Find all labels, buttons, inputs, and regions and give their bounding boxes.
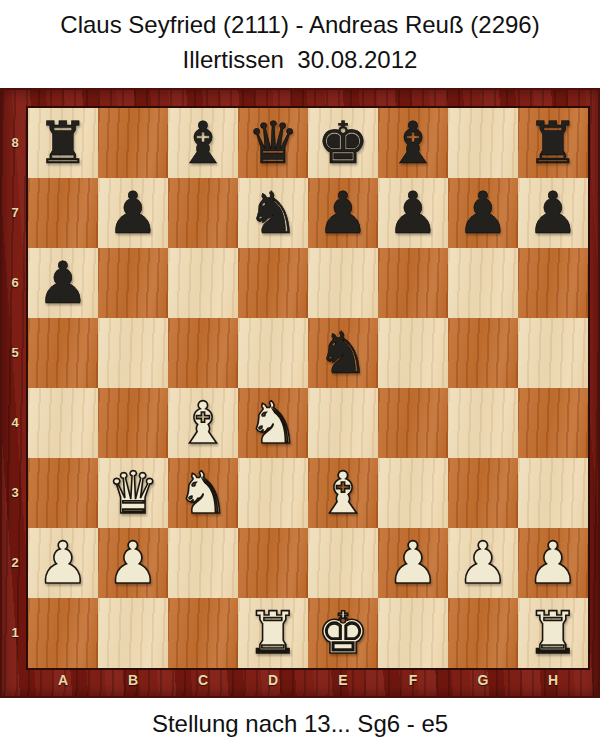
file-label-h: H <box>518 668 588 694</box>
rank-label-1: 1 <box>2 598 28 668</box>
square-a6: ♟ <box>28 248 98 318</box>
square-c5 <box>168 318 238 388</box>
file-label-a: A <box>28 668 98 694</box>
square-c3: ♞ <box>168 458 238 528</box>
piece-white-pawn: ♟ <box>37 528 89 598</box>
rank-label-5: 5 <box>2 318 28 388</box>
square-a2: ♟ <box>28 528 98 598</box>
square-d7: ♞ <box>238 178 308 248</box>
square-h4 <box>518 388 588 458</box>
square-h6 <box>518 248 588 318</box>
piece-black-pawn: ♟ <box>107 178 159 248</box>
piece-white-rook: ♜ <box>527 598 579 668</box>
rank-label-8: 8 <box>2 108 28 178</box>
square-e5: ♞ <box>308 318 378 388</box>
position-caption: Stellung nach 13... Sg6 - e5 <box>0 708 600 740</box>
piece-white-rook: ♜ <box>247 598 299 668</box>
piece-black-king: ♚ <box>317 108 369 178</box>
square-f3 <box>378 458 448 528</box>
square-a1 <box>28 598 98 668</box>
square-f4 <box>378 388 448 458</box>
chess-board: ♜♝♛♚♝♜♟♞♟♟♟♟♟♞♝♞♛♞♝♟♟♟♟♟♜♚♜ <box>28 108 588 668</box>
file-labels: ABCDEFGH <box>28 668 588 694</box>
rank-label-3: 3 <box>2 458 28 528</box>
square-e1: ♚ <box>308 598 378 668</box>
piece-black-queen: ♛ <box>247 108 299 178</box>
square-a4 <box>28 388 98 458</box>
rank-label-2: 2 <box>2 528 28 598</box>
square-d1: ♜ <box>238 598 308 668</box>
rank-label-4: 4 <box>2 388 28 458</box>
square-b4 <box>98 388 168 458</box>
square-e6 <box>308 248 378 318</box>
square-a3 <box>28 458 98 528</box>
square-d3 <box>238 458 308 528</box>
square-c8: ♝ <box>168 108 238 178</box>
square-g1 <box>448 598 518 668</box>
header: Claus Seyfried (2111) - Andreas Reuß (22… <box>0 0 600 88</box>
square-b3: ♛ <box>98 458 168 528</box>
square-g5 <box>448 318 518 388</box>
square-c7 <box>168 178 238 248</box>
square-f8: ♝ <box>378 108 448 178</box>
square-h1: ♜ <box>518 598 588 668</box>
rank-label-7: 7 <box>2 178 28 248</box>
file-label-b: B <box>98 668 168 694</box>
square-h7: ♟ <box>518 178 588 248</box>
square-c6 <box>168 248 238 318</box>
square-f7: ♟ <box>378 178 448 248</box>
piece-white-queen: ♛ <box>107 458 159 528</box>
file-label-g: G <box>448 668 518 694</box>
chess-diagram-page: Claus Seyfried (2111) - Andreas Reuß (22… <box>0 0 600 750</box>
board-frame: 87654321 ♜♝♛♚♝♜♟♞♟♟♟♟♟♞♝♞♛♞♝♟♟♟♟♟♜♚♜ ABC… <box>0 88 600 698</box>
square-e3: ♝ <box>308 458 378 528</box>
square-d6 <box>238 248 308 318</box>
square-a5 <box>28 318 98 388</box>
square-b7: ♟ <box>98 178 168 248</box>
piece-black-pawn: ♟ <box>37 248 89 318</box>
square-f6 <box>378 248 448 318</box>
piece-black-pawn: ♟ <box>387 178 439 248</box>
square-h5 <box>518 318 588 388</box>
square-b5 <box>98 318 168 388</box>
piece-white-knight: ♞ <box>247 388 299 458</box>
square-a7 <box>28 178 98 248</box>
square-c4: ♝ <box>168 388 238 458</box>
square-g3 <box>448 458 518 528</box>
piece-black-rook: ♜ <box>527 108 579 178</box>
piece-black-pawn: ♟ <box>317 178 369 248</box>
square-g4 <box>448 388 518 458</box>
square-e8: ♚ <box>308 108 378 178</box>
piece-black-pawn: ♟ <box>527 178 579 248</box>
piece-black-rook: ♜ <box>37 108 89 178</box>
piece-white-king: ♚ <box>317 598 369 668</box>
piece-black-bishop: ♝ <box>177 108 229 178</box>
square-d8: ♛ <box>238 108 308 178</box>
square-g6 <box>448 248 518 318</box>
piece-white-pawn: ♟ <box>527 528 579 598</box>
piece-black-bishop: ♝ <box>387 108 439 178</box>
rank-labels: 87654321 <box>2 108 28 668</box>
file-label-d: D <box>238 668 308 694</box>
file-label-e: E <box>308 668 378 694</box>
square-f5 <box>378 318 448 388</box>
piece-white-knight: ♞ <box>177 458 229 528</box>
square-b1 <box>98 598 168 668</box>
file-label-f: F <box>378 668 448 694</box>
piece-white-pawn: ♟ <box>107 528 159 598</box>
square-h8: ♜ <box>518 108 588 178</box>
square-h3 <box>518 458 588 528</box>
square-d5 <box>238 318 308 388</box>
piece-white-bishop: ♝ <box>317 458 369 528</box>
square-b6 <box>98 248 168 318</box>
piece-black-pawn: ♟ <box>457 178 509 248</box>
square-g7: ♟ <box>448 178 518 248</box>
piece-white-bishop: ♝ <box>177 388 229 458</box>
square-b2: ♟ <box>98 528 168 598</box>
event-date-subtitle: Illertissen 30.08.2012 <box>0 42 600 78</box>
file-label-c: C <box>168 668 238 694</box>
game-title: Claus Seyfried (2111) - Andreas Reuß (22… <box>0 8 600 42</box>
square-f1 <box>378 598 448 668</box>
square-d4: ♞ <box>238 388 308 458</box>
piece-white-pawn: ♟ <box>387 528 439 598</box>
square-h2: ♟ <box>518 528 588 598</box>
square-c2 <box>168 528 238 598</box>
piece-black-knight: ♞ <box>247 178 299 248</box>
square-e4 <box>308 388 378 458</box>
square-b8 <box>98 108 168 178</box>
square-g2: ♟ <box>448 528 518 598</box>
piece-black-knight: ♞ <box>317 318 369 388</box>
piece-white-pawn: ♟ <box>457 528 509 598</box>
square-c1 <box>168 598 238 668</box>
square-a8: ♜ <box>28 108 98 178</box>
square-e7: ♟ <box>308 178 378 248</box>
square-g8 <box>448 108 518 178</box>
square-f2: ♟ <box>378 528 448 598</box>
square-d2 <box>238 528 308 598</box>
rank-label-6: 6 <box>2 248 28 318</box>
square-e2 <box>308 528 378 598</box>
